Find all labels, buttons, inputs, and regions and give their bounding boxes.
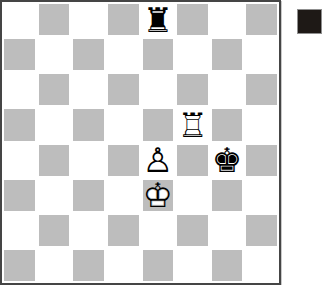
square-e5[interactable]: [141, 107, 176, 142]
white-rook-glyph: ♖: [175, 107, 210, 142]
square-c8[interactable]: [71, 2, 106, 37]
square-a1[interactable]: [2, 248, 37, 283]
square-b3[interactable]: [37, 178, 72, 213]
black-rook-glyph: ♜: [141, 2, 176, 37]
square-c6[interactable]: [71, 72, 106, 107]
square-a2[interactable]: [2, 213, 37, 248]
square-c5[interactable]: [71, 107, 106, 142]
square-h7[interactable]: [244, 37, 279, 72]
chess-diagram-page: ♜♜♖♟♙♚♚♔: [0, 0, 323, 285]
square-f7[interactable]: [175, 37, 210, 72]
square-g8[interactable]: [210, 2, 245, 37]
square-c1[interactable]: [71, 248, 106, 283]
square-h2[interactable]: [244, 213, 279, 248]
square-f1[interactable]: [175, 248, 210, 283]
square-h1[interactable]: [244, 248, 279, 283]
square-c3[interactable]: [71, 178, 106, 213]
square-h6[interactable]: [244, 72, 279, 107]
white-pawn-glyph: ♙: [141, 143, 176, 178]
square-h4[interactable]: [244, 143, 279, 178]
square-f5[interactable]: ♜♖: [175, 107, 210, 142]
black-king-glyph: ♚: [210, 143, 245, 178]
square-c4[interactable]: [71, 143, 106, 178]
black-rook-icon[interactable]: ♜: [141, 2, 176, 37]
square-d5[interactable]: [106, 107, 141, 142]
square-d3[interactable]: [106, 178, 141, 213]
square-g2[interactable]: [210, 213, 245, 248]
white-king-glyph: ♔: [141, 178, 176, 213]
square-f4[interactable]: [175, 143, 210, 178]
square-b2[interactable]: [37, 213, 72, 248]
square-e2[interactable]: [141, 213, 176, 248]
square-f2[interactable]: [175, 213, 210, 248]
black-to-move-indicator: [297, 9, 322, 34]
square-a6[interactable]: [2, 72, 37, 107]
square-h5[interactable]: [244, 107, 279, 142]
square-f6[interactable]: [175, 72, 210, 107]
square-f8[interactable]: [175, 2, 210, 37]
square-d7[interactable]: [106, 37, 141, 72]
square-e6[interactable]: [141, 72, 176, 107]
black-king-icon[interactable]: ♚: [210, 143, 245, 178]
square-b8[interactable]: [37, 2, 72, 37]
square-c7[interactable]: [71, 37, 106, 72]
square-f3[interactable]: [175, 178, 210, 213]
square-b7[interactable]: [37, 37, 72, 72]
square-a7[interactable]: [2, 37, 37, 72]
square-h3[interactable]: [244, 178, 279, 213]
square-d8[interactable]: [106, 2, 141, 37]
square-e4[interactable]: ♟♙: [141, 143, 176, 178]
square-a3[interactable]: [2, 178, 37, 213]
square-h8[interactable]: [244, 2, 279, 37]
square-g6[interactable]: [210, 72, 245, 107]
chess-board: ♜♜♖♟♙♚♚♔: [0, 0, 281, 285]
square-d6[interactable]: [106, 72, 141, 107]
square-b1[interactable]: [37, 248, 72, 283]
square-g3[interactable]: [210, 178, 245, 213]
square-d4[interactable]: [106, 143, 141, 178]
square-b4[interactable]: [37, 143, 72, 178]
square-g7[interactable]: [210, 37, 245, 72]
square-g5[interactable]: [210, 107, 245, 142]
white-rook-icon[interactable]: ♜♖: [175, 107, 210, 142]
square-b5[interactable]: [37, 107, 72, 142]
square-g1[interactable]: [210, 248, 245, 283]
square-a5[interactable]: [2, 107, 37, 142]
square-e3[interactable]: ♚♔: [141, 178, 176, 213]
square-a8[interactable]: [2, 2, 37, 37]
square-e1[interactable]: [141, 248, 176, 283]
square-g4[interactable]: ♚: [210, 143, 245, 178]
white-pawn-icon[interactable]: ♟♙: [141, 143, 176, 178]
square-d1[interactable]: [106, 248, 141, 283]
square-b6[interactable]: [37, 72, 72, 107]
square-e7[interactable]: [141, 37, 176, 72]
white-king-icon[interactable]: ♚♔: [141, 178, 176, 213]
square-e8[interactable]: ♜: [141, 2, 176, 37]
square-a4[interactable]: [2, 143, 37, 178]
square-c2[interactable]: [71, 213, 106, 248]
square-d2[interactable]: [106, 213, 141, 248]
